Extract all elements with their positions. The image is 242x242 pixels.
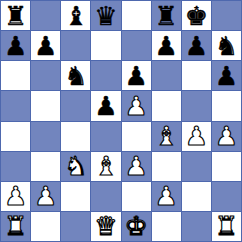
square-b5[interactable] <box>31 91 60 120</box>
square-b8[interactable] <box>31 1 60 30</box>
square-h3[interactable] <box>212 152 241 181</box>
black-bishop-piece[interactable]: ♝ <box>64 3 87 29</box>
black-pawn-piece[interactable]: ♟ <box>155 33 178 59</box>
white-rook-piece[interactable]: ♜ <box>4 213 27 239</box>
square-h1[interactable]: ♜ <box>212 212 241 241</box>
white-pawn-piece[interactable]: ♟ <box>4 183 27 209</box>
square-c5[interactable] <box>61 91 90 120</box>
black-knight-piece[interactable]: ♞ <box>64 63 87 89</box>
square-h7[interactable]: ♞ <box>212 31 241 60</box>
white-pawn-piece[interactable]: ♟ <box>155 183 178 209</box>
black-pawn-piece[interactable]: ♟ <box>4 33 27 59</box>
square-c6[interactable]: ♞ <box>61 61 90 90</box>
square-d6[interactable] <box>91 61 120 90</box>
white-bishop-piece[interactable]: ♝ <box>155 123 178 149</box>
square-d2[interactable] <box>91 182 120 211</box>
square-e7[interactable] <box>122 31 151 60</box>
square-c3[interactable]: ♞ <box>61 152 90 181</box>
black-king-piece[interactable]: ♚ <box>185 3 208 29</box>
square-f2[interactable]: ♟ <box>152 182 181 211</box>
square-g3[interactable] <box>182 152 211 181</box>
square-g2[interactable] <box>182 182 211 211</box>
square-d3[interactable]: ♝ <box>91 152 120 181</box>
white-king-piece[interactable]: ♚ <box>124 213 147 239</box>
square-a4[interactable] <box>1 122 30 151</box>
square-f4[interactable]: ♝ <box>152 122 181 151</box>
square-a6[interactable] <box>1 61 30 90</box>
square-h8[interactable] <box>212 1 241 30</box>
square-c2[interactable] <box>61 182 90 211</box>
square-a3[interactable] <box>1 152 30 181</box>
square-b4[interactable] <box>31 122 60 151</box>
chess-board: ♜♝♛♜♚♟♟♟♟♞♞♟♟♟♟♝♟♟♞♝♟♟♟♟♜♛♚♜ <box>0 0 242 242</box>
white-rook-piece[interactable]: ♜ <box>215 213 238 239</box>
square-b7[interactable]: ♟ <box>31 31 60 60</box>
square-c1[interactable] <box>61 212 90 241</box>
square-f5[interactable] <box>152 91 181 120</box>
square-b1[interactable] <box>31 212 60 241</box>
white-pawn-piece[interactable]: ♟ <box>185 123 208 149</box>
square-h4[interactable]: ♟ <box>212 122 241 151</box>
white-pawn-piece[interactable]: ♟ <box>34 183 57 209</box>
square-b3[interactable] <box>31 152 60 181</box>
square-e3[interactable]: ♟ <box>122 152 151 181</box>
square-e2[interactable] <box>122 182 151 211</box>
white-pawn-piece[interactable]: ♟ <box>124 93 147 119</box>
square-e1[interactable]: ♚ <box>122 212 151 241</box>
square-e8[interactable] <box>122 1 151 30</box>
white-pawn-piece[interactable]: ♟ <box>124 153 147 179</box>
square-e6[interactable]: ♟ <box>122 61 151 90</box>
white-queen-piece[interactable]: ♛ <box>94 213 117 239</box>
square-d4[interactable] <box>91 122 120 151</box>
square-a1[interactable]: ♜ <box>1 212 30 241</box>
square-f8[interactable]: ♜ <box>152 1 181 30</box>
square-h6[interactable]: ♟ <box>212 61 241 90</box>
black-knight-piece[interactable]: ♞ <box>215 33 238 59</box>
black-rook-piece[interactable]: ♜ <box>155 3 178 29</box>
square-e5[interactable]: ♟ <box>122 91 151 120</box>
square-g7[interactable]: ♟ <box>182 31 211 60</box>
black-pawn-piece[interactable]: ♟ <box>215 63 238 89</box>
square-e4[interactable] <box>122 122 151 151</box>
square-f1[interactable] <box>152 212 181 241</box>
black-pawn-piece[interactable]: ♟ <box>34 33 57 59</box>
black-pawn-piece[interactable]: ♟ <box>94 93 117 119</box>
black-pawn-piece[interactable]: ♟ <box>185 33 208 59</box>
square-g1[interactable] <box>182 212 211 241</box>
square-c7[interactable] <box>61 31 90 60</box>
square-a5[interactable] <box>1 91 30 120</box>
black-pawn-piece[interactable]: ♟ <box>124 63 147 89</box>
square-f6[interactable] <box>152 61 181 90</box>
white-knight-piece[interactable]: ♞ <box>64 153 87 179</box>
square-b2[interactable]: ♟ <box>31 182 60 211</box>
square-a7[interactable]: ♟ <box>1 31 30 60</box>
square-f7[interactable]: ♟ <box>152 31 181 60</box>
square-d5[interactable]: ♟ <box>91 91 120 120</box>
square-h2[interactable] <box>212 182 241 211</box>
white-pawn-piece[interactable]: ♟ <box>215 123 238 149</box>
square-d7[interactable] <box>91 31 120 60</box>
square-g4[interactable]: ♟ <box>182 122 211 151</box>
square-c4[interactable] <box>61 122 90 151</box>
black-queen-piece[interactable]: ♛ <box>94 3 117 29</box>
square-h5[interactable] <box>212 91 241 120</box>
square-d1[interactable]: ♛ <box>91 212 120 241</box>
square-a8[interactable]: ♜ <box>1 1 30 30</box>
black-rook-piece[interactable]: ♜ <box>4 3 27 29</box>
square-c8[interactable]: ♝ <box>61 1 90 30</box>
square-b6[interactable] <box>31 61 60 90</box>
square-a2[interactable]: ♟ <box>1 182 30 211</box>
square-d8[interactable]: ♛ <box>91 1 120 30</box>
square-f3[interactable] <box>152 152 181 181</box>
square-g6[interactable] <box>182 61 211 90</box>
white-bishop-piece[interactable]: ♝ <box>94 153 117 179</box>
square-g8[interactable]: ♚ <box>182 1 211 30</box>
square-g5[interactable] <box>182 91 211 120</box>
